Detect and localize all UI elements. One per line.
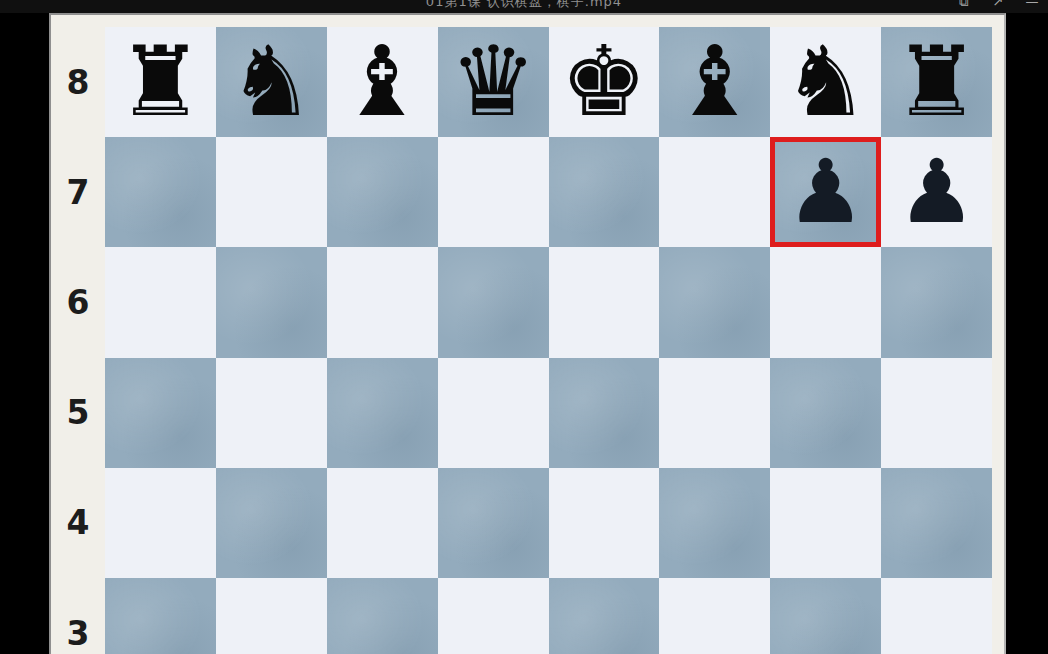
square-h5[interactable] — [881, 358, 992, 468]
rank-label-7: 7 — [51, 137, 105, 247]
square-g8[interactable]: ♞ — [770, 27, 881, 137]
rank-label-4: 4 — [51, 468, 105, 578]
square-b6[interactable] — [216, 247, 327, 357]
video-content-area: 8♜♞♝♛♚♝♞♜7♟♟6543 — [49, 13, 1006, 654]
piece-black-bishop-f8[interactable]: ♝ — [671, 27, 758, 137]
square-e8[interactable]: ♚ — [549, 27, 660, 137]
square-a7[interactable] — [105, 137, 216, 247]
square-b8[interactable]: ♞ — [216, 27, 327, 137]
square-d4[interactable] — [438, 468, 549, 578]
square-d7[interactable] — [438, 137, 549, 247]
picture-in-picture-icon[interactable]: ⧉ — [956, 0, 972, 10]
square-d5[interactable] — [438, 358, 549, 468]
square-e6[interactable] — [549, 247, 660, 357]
video-title-bar: 01第1课 认识棋盘，棋子.mp4 ⧉↗— — [0, 0, 1048, 13]
piece-black-pawn-g7[interactable]: ♟ — [786, 137, 865, 247]
square-a8[interactable]: ♜ — [105, 27, 216, 137]
square-f5[interactable] — [659, 358, 770, 468]
piece-black-pawn-h7[interactable]: ♟ — [897, 137, 976, 247]
square-e5[interactable] — [549, 358, 660, 468]
square-b3[interactable] — [216, 578, 327, 654]
video-player-frame: 01第1课 认识棋盘，棋子.mp4 ⧉↗— 8♜♞♝♛♚♝♞♜7♟♟6543 — [0, 0, 1048, 654]
square-b4[interactable] — [216, 468, 327, 578]
square-b7[interactable] — [216, 137, 327, 247]
rank-label-3: 3 — [51, 578, 105, 654]
square-a6[interactable] — [105, 247, 216, 357]
piece-black-bishop-c8[interactable]: ♝ — [339, 27, 426, 137]
square-c7[interactable] — [327, 137, 438, 247]
square-e3[interactable] — [549, 578, 660, 654]
square-d3[interactable] — [438, 578, 549, 654]
square-f6[interactable] — [659, 247, 770, 357]
square-f8[interactable]: ♝ — [659, 27, 770, 137]
square-c4[interactable] — [327, 468, 438, 578]
square-a5[interactable] — [105, 358, 216, 468]
square-h8[interactable]: ♜ — [881, 27, 992, 137]
square-f7[interactable] — [659, 137, 770, 247]
piece-black-rook-h8[interactable]: ♜ — [893, 27, 980, 137]
square-f4[interactable] — [659, 468, 770, 578]
square-h3[interactable] — [881, 578, 992, 654]
titlebar-icons: ⧉↗— — [956, 0, 1040, 10]
square-g3[interactable] — [770, 578, 881, 654]
square-c5[interactable] — [327, 358, 438, 468]
square-c8[interactable]: ♝ — [327, 27, 438, 137]
square-e7[interactable] — [549, 137, 660, 247]
pop-out-arrow-icon[interactable]: ↗ — [990, 0, 1006, 10]
rank-label-5: 5 — [51, 358, 105, 468]
piece-black-queen-d8[interactable]: ♛ — [450, 27, 537, 137]
square-b5[interactable] — [216, 358, 327, 468]
piece-black-rook-a8[interactable]: ♜ — [117, 27, 204, 137]
square-a4[interactable] — [105, 468, 216, 578]
square-d6[interactable] — [438, 247, 549, 357]
square-a3[interactable] — [105, 578, 216, 654]
square-c3[interactable] — [327, 578, 438, 654]
square-g7[interactable]: ♟ — [770, 137, 881, 247]
square-g4[interactable] — [770, 468, 881, 578]
rank-label-6: 6 — [51, 247, 105, 357]
piece-black-king-e8[interactable]: ♚ — [561, 27, 648, 137]
video-title: 01第1课 认识棋盘，棋子.mp4 — [0, 0, 1048, 11]
rank-label-8: 8 — [51, 27, 105, 137]
square-g5[interactable] — [770, 358, 881, 468]
square-h4[interactable] — [881, 468, 992, 578]
square-d8[interactable]: ♛ — [438, 27, 549, 137]
piece-black-knight-g8[interactable]: ♞ — [782, 27, 869, 137]
square-f3[interactable] — [659, 578, 770, 654]
minimize-icon[interactable]: — — [1024, 0, 1040, 10]
square-e4[interactable] — [549, 468, 660, 578]
square-g6[interactable] — [770, 247, 881, 357]
square-h6[interactable] — [881, 247, 992, 357]
square-c6[interactable] — [327, 247, 438, 357]
chess-board: 8♜♞♝♛♚♝♞♜7♟♟6543 — [51, 27, 993, 654]
piece-black-knight-b8[interactable]: ♞ — [228, 27, 315, 137]
square-h7[interactable]: ♟ — [881, 137, 992, 247]
